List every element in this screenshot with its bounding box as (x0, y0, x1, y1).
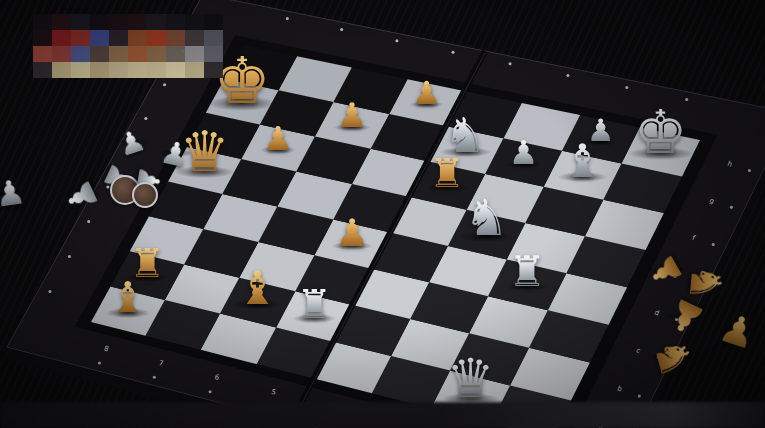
scene: 12345678abcdefgh ♚♟♟♟♟♟♞♟♚♟♛♟♝♟♜♟♟♞♟♟♜♞♜… (0, 0, 765, 428)
piece-silver-pawn-g3[interactable]: ♟ (509, 136, 539, 169)
watermark-block (166, 14, 185, 30)
piece-gold-bishop-b6[interactable]: ♝ (237, 265, 278, 311)
piece-gold-pawn-h5[interactable]: ♟ (412, 77, 441, 109)
watermark-mosaic (33, 14, 223, 78)
watermark-block (128, 30, 147, 46)
watermark-block (147, 30, 166, 46)
watermark-block (33, 30, 52, 46)
watermark-block (90, 30, 109, 46)
piece-silver-queen-a2[interactable]: ♛ (446, 352, 494, 406)
watermark-block (52, 62, 71, 78)
piece-silver-knight-e3[interactable]: ♞ (464, 193, 509, 243)
watermark-block (90, 62, 109, 78)
watermark-block (52, 46, 71, 62)
watermark-block (52, 30, 71, 46)
watermark-block (166, 62, 185, 78)
watermark-block (147, 14, 166, 30)
watermark-block (109, 14, 128, 30)
watermark-block (109, 46, 128, 62)
watermark-block (90, 46, 109, 62)
watermark-block (147, 62, 166, 78)
felt-base (132, 182, 158, 208)
watermark-block (109, 62, 128, 78)
captured-gold-knight-2[interactable]: ♞ (647, 333, 700, 382)
watermark-block (71, 30, 90, 46)
watermark-block (33, 14, 52, 30)
watermark-block (128, 62, 147, 78)
watermark-block (128, 46, 147, 62)
watermark-block (204, 30, 223, 46)
watermark-block (71, 46, 90, 62)
fallen-silver-pawn-edge[interactable]: ♟ (0, 174, 27, 212)
piece-gold-pawn-f7[interactable]: ♟ (263, 122, 293, 155)
piece-silver-king-h1[interactable]: ♚ (634, 102, 688, 162)
watermark-block (33, 46, 52, 62)
watermark-block (166, 30, 185, 46)
piece-silver-rook-d2[interactable]: ♜ (508, 251, 546, 293)
piece-gold-rook-f4[interactable]: ♜ (429, 153, 465, 193)
watermark-block (185, 14, 204, 30)
watermark-block (109, 30, 128, 46)
piece-gold-pawn-g6[interactable]: ♟ (337, 98, 367, 132)
watermark-block (90, 14, 109, 30)
watermark-block (52, 14, 71, 30)
piece-gold-pawn-d5[interactable]: ♟ (335, 213, 369, 251)
captured-gold-pawn-3[interactable]: ♟ (715, 306, 761, 355)
watermark-block (185, 30, 204, 46)
leaning-silver-pawn-1[interactable]: ♟ (115, 125, 150, 162)
table-edge-blur (0, 402, 765, 428)
piece-gold-bishop-a8[interactable]: ♝ (109, 277, 147, 319)
watermark-block (204, 62, 223, 78)
watermark-block (71, 14, 90, 30)
piece-gold-queen-e8[interactable]: ♛ (179, 124, 229, 180)
piece-silver-bishop-g2[interactable]: ♝ (562, 138, 603, 184)
watermark-block (71, 62, 90, 78)
watermark-block (147, 46, 166, 62)
watermark-block (185, 46, 204, 62)
watermark-block (185, 62, 204, 78)
watermark-block (166, 46, 185, 62)
watermark-block (128, 14, 147, 30)
watermark-block (204, 14, 223, 30)
watermark-block (33, 62, 52, 78)
watermark-block (204, 46, 223, 62)
piece-silver-rook-b5[interactable]: ♜ (296, 284, 332, 324)
